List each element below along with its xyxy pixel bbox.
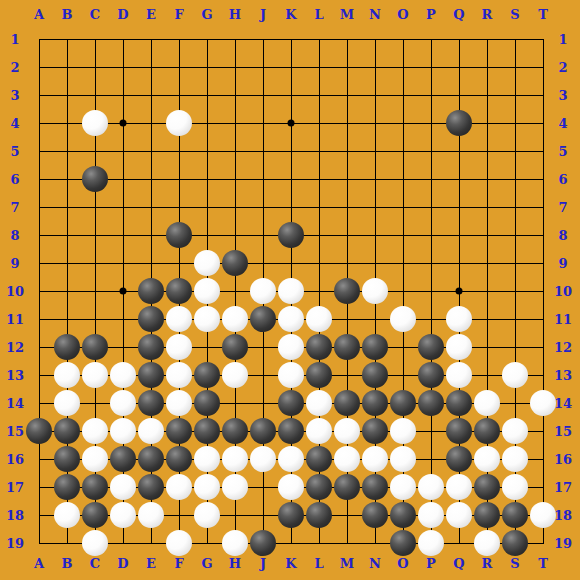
col-label-top-C: C bbox=[90, 8, 100, 21]
stone-white-D17[interactable] bbox=[110, 474, 136, 500]
stone-white-Q17[interactable] bbox=[446, 474, 472, 500]
stone-white-E15[interactable] bbox=[138, 418, 164, 444]
col-label-top-F: F bbox=[174, 8, 183, 21]
stone-white-D18[interactable] bbox=[110, 502, 136, 528]
stone-black-H9[interactable] bbox=[222, 250, 248, 276]
stone-white-P17[interactable] bbox=[418, 474, 444, 500]
col-label-top-R: R bbox=[482, 8, 493, 21]
row-label-left-7: 7 bbox=[10, 201, 19, 214]
row-label-left-15: 15 bbox=[6, 425, 24, 438]
stone-black-B16[interactable] bbox=[54, 446, 80, 472]
grid-line-vertical-P bbox=[431, 39, 432, 544]
stone-black-C18[interactable] bbox=[82, 502, 108, 528]
stone-white-D14[interactable] bbox=[110, 390, 136, 416]
stone-black-N17[interactable] bbox=[362, 474, 388, 500]
stone-white-F13[interactable] bbox=[166, 362, 192, 388]
row-label-right-3: 3 bbox=[558, 89, 567, 102]
stone-black-Q4[interactable] bbox=[446, 110, 472, 136]
col-label-top-E: E bbox=[146, 8, 156, 21]
row-label-left-10: 10 bbox=[6, 285, 24, 298]
stone-black-B15[interactable] bbox=[54, 418, 80, 444]
stone-black-H15[interactable] bbox=[222, 418, 248, 444]
col-label-top-S: S bbox=[510, 8, 519, 21]
stone-white-K11[interactable] bbox=[278, 306, 304, 332]
row-label-left-16: 16 bbox=[6, 453, 24, 466]
stone-black-O14[interactable] bbox=[390, 390, 416, 416]
stone-black-B12[interactable] bbox=[54, 334, 80, 360]
stone-white-F4[interactable] bbox=[166, 110, 192, 136]
stone-white-P19[interactable] bbox=[418, 530, 444, 556]
stone-black-J11[interactable] bbox=[250, 306, 276, 332]
row-label-left-14: 14 bbox=[6, 397, 24, 410]
stone-black-C6[interactable] bbox=[82, 166, 108, 192]
grid-line-vertical-T bbox=[543, 39, 544, 544]
stone-white-O17[interactable] bbox=[390, 474, 416, 500]
stone-black-P14[interactable] bbox=[418, 390, 444, 416]
stone-white-C15[interactable] bbox=[82, 418, 108, 444]
col-label-top-P: P bbox=[426, 8, 436, 21]
stone-white-S17[interactable] bbox=[502, 474, 528, 500]
col-label-top-D: D bbox=[117, 8, 128, 21]
stone-white-H13[interactable] bbox=[222, 362, 248, 388]
stone-black-J15[interactable] bbox=[250, 418, 276, 444]
col-label-bottom-E: E bbox=[146, 557, 156, 570]
col-label-bottom-K: K bbox=[285, 557, 296, 570]
stone-black-C12[interactable] bbox=[82, 334, 108, 360]
stone-black-B17[interactable] bbox=[54, 474, 80, 500]
col-label-bottom-O: O bbox=[397, 557, 408, 570]
col-label-bottom-G: G bbox=[201, 557, 212, 570]
stone-black-E12[interactable] bbox=[138, 334, 164, 360]
stone-black-Q15[interactable] bbox=[446, 418, 472, 444]
col-label-top-T: T bbox=[538, 8, 548, 21]
stone-black-F16[interactable] bbox=[166, 446, 192, 472]
stone-white-B18[interactable] bbox=[54, 502, 80, 528]
row-label-right-17: 17 bbox=[554, 481, 572, 494]
stone-white-K13[interactable] bbox=[278, 362, 304, 388]
col-label-top-L: L bbox=[314, 8, 323, 21]
stone-white-D15[interactable] bbox=[110, 418, 136, 444]
row-label-right-10: 10 bbox=[554, 285, 572, 298]
stone-black-J19[interactable] bbox=[250, 530, 276, 556]
row-label-left-3: 3 bbox=[10, 89, 19, 102]
stone-white-O15[interactable] bbox=[390, 418, 416, 444]
row-label-right-1: 1 bbox=[558, 33, 567, 46]
col-label-top-G: G bbox=[201, 8, 212, 21]
stone-white-F19[interactable] bbox=[166, 530, 192, 556]
stone-white-L11[interactable] bbox=[306, 306, 332, 332]
stone-white-M15[interactable] bbox=[334, 418, 360, 444]
col-label-bottom-D: D bbox=[117, 557, 128, 570]
row-label-left-13: 13 bbox=[6, 369, 24, 382]
stone-black-G13[interactable] bbox=[194, 362, 220, 388]
stone-white-K16[interactable] bbox=[278, 446, 304, 472]
row-label-right-5: 5 bbox=[558, 145, 567, 158]
row-label-right-7: 7 bbox=[558, 201, 567, 214]
col-label-bottom-T: T bbox=[538, 557, 548, 570]
stone-black-L12[interactable] bbox=[306, 334, 332, 360]
col-label-bottom-Q: Q bbox=[453, 557, 464, 570]
stone-white-F14[interactable] bbox=[166, 390, 192, 416]
row-label-left-19: 19 bbox=[6, 537, 24, 550]
col-label-top-J: J bbox=[260, 8, 266, 21]
row-label-left-5: 5 bbox=[10, 145, 19, 158]
col-label-bottom-R: R bbox=[482, 557, 493, 570]
stone-white-C13[interactable] bbox=[82, 362, 108, 388]
stone-black-A15[interactable] bbox=[26, 418, 52, 444]
stone-white-L14[interactable] bbox=[306, 390, 332, 416]
stone-black-O18[interactable] bbox=[390, 502, 416, 528]
col-label-bottom-M: M bbox=[340, 557, 354, 570]
row-label-right-4: 4 bbox=[558, 117, 567, 130]
stone-white-G10[interactable] bbox=[194, 278, 220, 304]
stone-white-O16[interactable] bbox=[390, 446, 416, 472]
stone-black-F15[interactable] bbox=[166, 418, 192, 444]
stone-white-J10[interactable] bbox=[250, 278, 276, 304]
stone-white-H16[interactable] bbox=[222, 446, 248, 472]
stone-black-G15[interactable] bbox=[194, 418, 220, 444]
row-label-left-6: 6 bbox=[10, 173, 19, 186]
stone-black-N13[interactable] bbox=[362, 362, 388, 388]
stone-black-R18[interactable] bbox=[474, 502, 500, 528]
stone-white-B14[interactable] bbox=[54, 390, 80, 416]
stone-black-E10[interactable] bbox=[138, 278, 164, 304]
stone-white-H19[interactable] bbox=[222, 530, 248, 556]
stone-black-F8[interactable] bbox=[166, 222, 192, 248]
stone-black-E16[interactable] bbox=[138, 446, 164, 472]
col-label-top-B: B bbox=[62, 8, 73, 21]
stone-white-G17[interactable] bbox=[194, 474, 220, 500]
row-label-right-6: 6 bbox=[558, 173, 567, 186]
stone-black-P12[interactable] bbox=[418, 334, 444, 360]
stone-white-P18[interactable] bbox=[418, 502, 444, 528]
stone-white-F11[interactable] bbox=[166, 306, 192, 332]
col-label-bottom-P: P bbox=[426, 557, 436, 570]
stone-black-E14[interactable] bbox=[138, 390, 164, 416]
stone-white-R16[interactable] bbox=[474, 446, 500, 472]
col-label-top-A: A bbox=[34, 8, 44, 21]
stone-white-T18[interactable] bbox=[530, 502, 556, 528]
stone-black-M12[interactable] bbox=[334, 334, 360, 360]
stone-white-C4[interactable] bbox=[82, 110, 108, 136]
stone-black-N12[interactable] bbox=[362, 334, 388, 360]
col-label-bottom-H: H bbox=[229, 557, 241, 570]
row-label-right-12: 12 bbox=[554, 341, 572, 354]
row-label-right-8: 8 bbox=[558, 229, 567, 242]
stone-black-L16[interactable] bbox=[306, 446, 332, 472]
stone-black-L13[interactable] bbox=[306, 362, 332, 388]
stone-white-Q12[interactable] bbox=[446, 334, 472, 360]
stone-black-Q14[interactable] bbox=[446, 390, 472, 416]
stone-white-H11[interactable] bbox=[222, 306, 248, 332]
stone-white-J16[interactable] bbox=[250, 446, 276, 472]
row-label-right-16: 16 bbox=[554, 453, 572, 466]
star-point-K4 bbox=[288, 120, 295, 127]
stone-white-O11[interactable] bbox=[390, 306, 416, 332]
stone-white-N16[interactable] bbox=[362, 446, 388, 472]
stone-white-F17[interactable] bbox=[166, 474, 192, 500]
row-label-left-12: 12 bbox=[6, 341, 24, 354]
col-label-top-K: K bbox=[285, 8, 296, 21]
stone-white-Q18[interactable] bbox=[446, 502, 472, 528]
row-label-right-9: 9 bbox=[558, 257, 567, 270]
row-label-right-11: 11 bbox=[554, 313, 572, 326]
stone-white-G16[interactable] bbox=[194, 446, 220, 472]
star-point-D10 bbox=[120, 288, 127, 295]
stone-black-C17[interactable] bbox=[82, 474, 108, 500]
stone-white-Q11[interactable] bbox=[446, 306, 472, 332]
stone-white-S13[interactable] bbox=[502, 362, 528, 388]
stone-white-D13[interactable] bbox=[110, 362, 136, 388]
stone-black-G14[interactable] bbox=[194, 390, 220, 416]
stone-white-H17[interactable] bbox=[222, 474, 248, 500]
col-label-bottom-F: F bbox=[174, 557, 183, 570]
stone-white-T14[interactable] bbox=[530, 390, 556, 416]
grid-line-horizontal-19 bbox=[39, 543, 544, 544]
stone-black-S19[interactable] bbox=[502, 530, 528, 556]
stone-black-N18[interactable] bbox=[362, 502, 388, 528]
row-label-right-2: 2 bbox=[558, 61, 567, 74]
row-label-right-19: 19 bbox=[554, 537, 572, 550]
stone-white-G18[interactable] bbox=[194, 502, 220, 528]
stone-white-B13[interactable] bbox=[54, 362, 80, 388]
stone-black-M14[interactable] bbox=[334, 390, 360, 416]
stone-white-Q13[interactable] bbox=[446, 362, 472, 388]
col-label-bottom-A: A bbox=[34, 557, 44, 570]
stone-white-G9[interactable] bbox=[194, 250, 220, 276]
star-point-D4 bbox=[120, 120, 127, 127]
stone-white-C16[interactable] bbox=[82, 446, 108, 472]
row-label-right-13: 13 bbox=[554, 369, 572, 382]
stone-black-F10[interactable] bbox=[166, 278, 192, 304]
stone-black-S18[interactable] bbox=[502, 502, 528, 528]
stone-white-K10[interactable] bbox=[278, 278, 304, 304]
stone-white-S15[interactable] bbox=[502, 418, 528, 444]
row-label-left-2: 2 bbox=[10, 61, 19, 74]
stone-black-K8[interactable] bbox=[278, 222, 304, 248]
stone-black-E13[interactable] bbox=[138, 362, 164, 388]
col-label-bottom-B: B bbox=[62, 557, 73, 570]
col-label-bottom-L: L bbox=[314, 557, 323, 570]
row-label-left-17: 17 bbox=[6, 481, 24, 494]
col-label-bottom-S: S bbox=[510, 557, 519, 570]
row-label-left-4: 4 bbox=[10, 117, 19, 130]
row-label-left-1: 1 bbox=[10, 33, 19, 46]
stone-white-K17[interactable] bbox=[278, 474, 304, 500]
col-label-top-H: H bbox=[229, 8, 241, 21]
stone-white-S16[interactable] bbox=[502, 446, 528, 472]
stone-black-P13[interactable] bbox=[418, 362, 444, 388]
stone-white-N10[interactable] bbox=[362, 278, 388, 304]
stone-black-M17[interactable] bbox=[334, 474, 360, 500]
stone-white-F12[interactable] bbox=[166, 334, 192, 360]
stone-white-K12[interactable] bbox=[278, 334, 304, 360]
col-label-top-Q: Q bbox=[453, 8, 464, 21]
row-label-left-8: 8 bbox=[10, 229, 19, 242]
col-label-top-M: M bbox=[340, 8, 354, 21]
stone-white-E18[interactable] bbox=[138, 502, 164, 528]
stone-white-L15[interactable] bbox=[306, 418, 332, 444]
col-label-top-O: O bbox=[397, 8, 408, 21]
star-point-Q10 bbox=[456, 288, 463, 295]
col-label-top-N: N bbox=[369, 8, 381, 21]
col-label-bottom-N: N bbox=[369, 557, 381, 570]
stone-white-R14[interactable] bbox=[474, 390, 500, 416]
row-label-right-15: 15 bbox=[554, 425, 572, 438]
stone-black-R17[interactable] bbox=[474, 474, 500, 500]
col-label-bottom-C: C bbox=[90, 557, 100, 570]
stone-black-K18[interactable] bbox=[278, 502, 304, 528]
go-board: AA11BB22CC33DD44EE55FF66GG77HH88JJ99KK10… bbox=[0, 0, 580, 580]
stone-black-N15[interactable] bbox=[362, 418, 388, 444]
stone-white-C19[interactable] bbox=[82, 530, 108, 556]
stone-black-H12[interactable] bbox=[222, 334, 248, 360]
stone-black-K15[interactable] bbox=[278, 418, 304, 444]
row-label-right-14: 14 bbox=[554, 397, 572, 410]
row-label-left-11: 11 bbox=[6, 313, 24, 326]
stone-white-G11[interactable] bbox=[194, 306, 220, 332]
stone-black-L17[interactable] bbox=[306, 474, 332, 500]
stone-black-L18[interactable] bbox=[306, 502, 332, 528]
stone-black-Q16[interactable] bbox=[446, 446, 472, 472]
stone-black-D16[interactable] bbox=[110, 446, 136, 472]
stone-black-K14[interactable] bbox=[278, 390, 304, 416]
stone-white-R19[interactable] bbox=[474, 530, 500, 556]
row-label-right-18: 18 bbox=[554, 509, 572, 522]
stone-black-E17[interactable] bbox=[138, 474, 164, 500]
stone-black-E11[interactable] bbox=[138, 306, 164, 332]
row-label-left-18: 18 bbox=[6, 509, 24, 522]
stone-black-M10[interactable] bbox=[334, 278, 360, 304]
stone-black-R15[interactable] bbox=[474, 418, 500, 444]
stone-white-M16[interactable] bbox=[334, 446, 360, 472]
row-label-left-9: 9 bbox=[10, 257, 19, 270]
col-label-bottom-J: J bbox=[260, 557, 266, 570]
stone-black-N14[interactable] bbox=[362, 390, 388, 416]
stone-black-O19[interactable] bbox=[390, 530, 416, 556]
